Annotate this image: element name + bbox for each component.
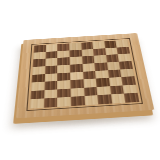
chessboard[interactable] bbox=[16, 33, 154, 118]
square-d1 bbox=[71, 96, 85, 106]
square-g1 bbox=[111, 94, 126, 104]
square-a1 bbox=[30, 99, 44, 109]
square-f1 bbox=[97, 95, 112, 105]
pinstripe-border bbox=[26, 38, 143, 111]
product-photo bbox=[0, 0, 160, 160]
square-e1 bbox=[84, 95, 98, 105]
square-b1 bbox=[43, 98, 57, 108]
square-c1 bbox=[57, 97, 71, 107]
board-grid bbox=[30, 40, 140, 109]
square-h1 bbox=[124, 93, 139, 103]
